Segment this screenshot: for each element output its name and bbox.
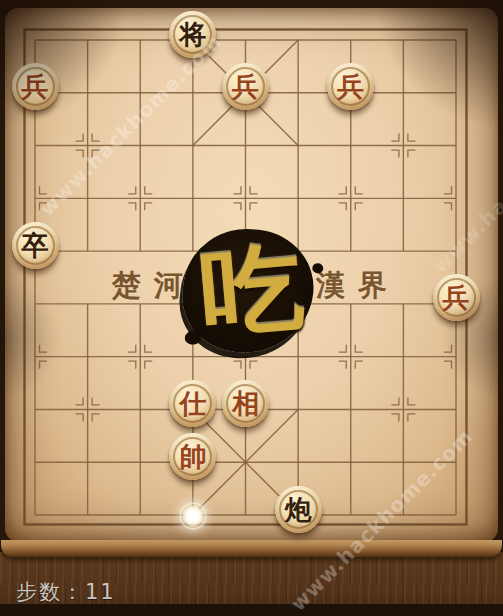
step-counter: 步数：11: [16, 578, 116, 606]
piece-glyph: 相: [232, 390, 259, 417]
piece-glyph: 兵: [232, 73, 259, 100]
piece-glyph: 帥: [179, 443, 206, 470]
piece-red-相[interactable]: 相: [222, 380, 269, 427]
screenshot-root: 楚河 漢界 将兵兵兵卒兵仕相帥炮 吃 步数：11 www.hackhome.co…: [0, 0, 503, 616]
piece-glyph: 将: [179, 21, 206, 48]
piece-glyph: 炮: [285, 496, 312, 523]
piece-red-兵[interactable]: 兵: [222, 63, 269, 110]
piece-glyph: 卒: [22, 232, 49, 259]
board-front-edge: [1, 540, 502, 557]
piece-black-炮[interactable]: 炮: [275, 486, 322, 533]
piece-glyph: 仕: [179, 390, 206, 417]
piece-black-卒[interactable]: 卒: [12, 222, 59, 269]
step-counter-value: 11: [85, 580, 116, 604]
river-label-han: 漢界: [316, 269, 400, 301]
piece-red-仕[interactable]: 仕: [169, 380, 216, 427]
piece-red-帥[interactable]: 帥: [169, 433, 216, 480]
step-counter-label: 步数：: [16, 580, 85, 604]
piece-black-将[interactable]: 将: [169, 11, 216, 58]
piece-glyph: 兵: [22, 73, 49, 100]
capture-banner: 吃: [180, 232, 324, 347]
piece-red-兵[interactable]: 兵: [433, 274, 480, 321]
piece-red-兵[interactable]: 兵: [12, 63, 59, 110]
piece-glyph: 兵: [337, 73, 364, 100]
piece-glyph: 兵: [443, 284, 470, 311]
move-origin-dot: [181, 504, 205, 528]
